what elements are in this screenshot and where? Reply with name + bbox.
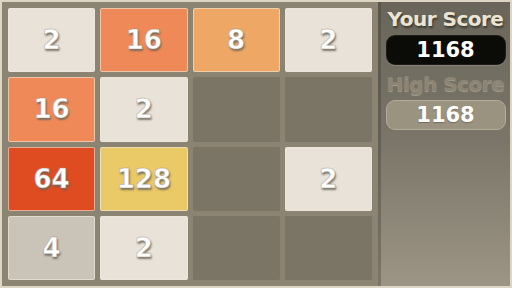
empty-cell: [285, 77, 372, 141]
tile-8: 8: [193, 8, 280, 72]
high-score-value: 1168: [416, 103, 474, 127]
empty-cell: [193, 77, 280, 141]
tile-128: 128: [100, 147, 187, 211]
empty-cell: [285, 216, 372, 280]
tile-2: 2: [8, 8, 95, 72]
your-score-label: Your Score: [388, 7, 504, 31]
tile-4: 4: [8, 216, 95, 280]
tile-2: 2: [285, 147, 372, 211]
board[interactable]: 2168216264128242: [2, 2, 378, 286]
app-frame: 2168216264128242 Your Score 1168 High Sc…: [0, 0, 512, 288]
high-score-label: High Score: [387, 72, 505, 96]
empty-cell: [193, 216, 280, 280]
tile-2: 2: [100, 216, 187, 280]
tile-16: 16: [8, 77, 95, 141]
empty-cell: [193, 147, 280, 211]
high-score-box: 1168: [386, 100, 506, 130]
tile-2: 2: [100, 77, 187, 141]
tile-16: 16: [100, 8, 187, 72]
tile-64: 64: [8, 147, 95, 211]
score-panel: Your Score 1168 High Score 1168: [378, 2, 510, 286]
tile-2: 2: [285, 8, 372, 72]
your-score-value: 1168: [416, 38, 474, 62]
your-score-box: 1168: [386, 35, 506, 65]
